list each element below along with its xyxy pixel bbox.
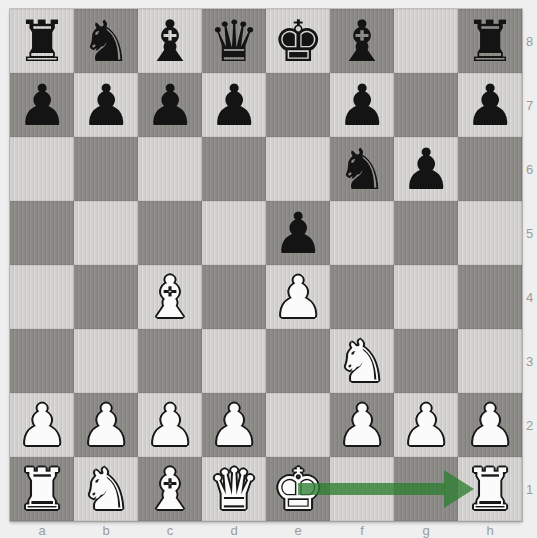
square-a4[interactable]	[10, 265, 74, 329]
square-f1[interactable]	[330, 457, 394, 521]
square-h7[interactable]: ♟	[458, 73, 522, 137]
square-e3[interactable]	[266, 329, 330, 393]
square-c4[interactable]: ♝	[138, 265, 202, 329]
piece-black-queen[interactable]: ♛	[202, 9, 266, 73]
square-a7[interactable]: ♟	[10, 73, 74, 137]
square-d1[interactable]: ♛	[202, 457, 266, 521]
square-d2[interactable]: ♟	[202, 393, 266, 457]
square-e8[interactable]: ♚	[266, 9, 330, 73]
square-b5[interactable]	[74, 201, 138, 265]
piece-black-pawn[interactable]: ♟	[10, 73, 74, 137]
square-h6[interactable]	[458, 137, 522, 201]
square-f4[interactable]	[330, 265, 394, 329]
rank-label-7: 7	[522, 73, 537, 137]
square-a6[interactable]	[10, 137, 74, 201]
square-d8[interactable]: ♛	[202, 9, 266, 73]
piece-black-pawn[interactable]: ♟	[138, 73, 202, 137]
piece-white-knight[interactable]: ♞	[74, 457, 138, 521]
piece-white-bishop[interactable]: ♝	[138, 265, 202, 329]
square-g8[interactable]	[394, 9, 458, 73]
piece-white-rook[interactable]: ♜	[10, 457, 74, 521]
square-g6[interactable]: ♟	[394, 137, 458, 201]
piece-black-pawn[interactable]: ♟	[266, 201, 330, 265]
piece-black-knight[interactable]: ♞	[330, 137, 394, 201]
square-e5[interactable]: ♟	[266, 201, 330, 265]
piece-white-pawn[interactable]: ♟	[74, 393, 138, 457]
square-c5[interactable]	[138, 201, 202, 265]
piece-white-pawn[interactable]: ♟	[138, 393, 202, 457]
piece-white-bishop[interactable]: ♝	[138, 457, 202, 521]
piece-black-pawn[interactable]: ♟	[202, 73, 266, 137]
file-labels: abcdefgh	[10, 523, 522, 538]
square-e4[interactable]: ♟	[266, 265, 330, 329]
piece-black-knight[interactable]: ♞	[74, 9, 138, 73]
rank-labels: 87654321	[522, 9, 537, 521]
square-d6[interactable]	[202, 137, 266, 201]
square-b8[interactable]: ♞	[74, 9, 138, 73]
file-label-a: a	[10, 523, 74, 538]
piece-black-pawn[interactable]: ♟	[394, 137, 458, 201]
square-g7[interactable]	[394, 73, 458, 137]
file-label-d: d	[202, 523, 266, 538]
square-g1[interactable]	[394, 457, 458, 521]
square-e7[interactable]	[266, 73, 330, 137]
file-label-e: e	[266, 523, 330, 538]
rank-label-5: 5	[522, 201, 537, 265]
piece-white-pawn[interactable]: ♟	[202, 393, 266, 457]
piece-black-bishop[interactable]: ♝	[138, 9, 202, 73]
rank-label-3: 3	[522, 329, 537, 393]
piece-white-queen[interactable]: ♛	[202, 457, 266, 521]
square-h1[interactable]: ♜	[458, 457, 522, 521]
file-label-b: b	[74, 523, 138, 538]
piece-black-rook[interactable]: ♜	[10, 9, 74, 73]
square-e1[interactable]: ♚	[266, 457, 330, 521]
piece-white-pawn[interactable]: ♟	[394, 393, 458, 457]
rank-label-4: 4	[522, 265, 537, 329]
square-d7[interactable]: ♟	[202, 73, 266, 137]
piece-white-knight[interactable]: ♞	[330, 329, 394, 393]
square-b7[interactable]: ♟	[74, 73, 138, 137]
square-f8[interactable]: ♝	[330, 9, 394, 73]
square-e2[interactable]	[266, 393, 330, 457]
piece-black-rook[interactable]: ♜	[458, 9, 522, 73]
square-d4[interactable]	[202, 265, 266, 329]
square-b2[interactable]: ♟	[74, 393, 138, 457]
square-c1[interactable]: ♝	[138, 457, 202, 521]
piece-white-rook[interactable]: ♜	[458, 457, 522, 521]
square-b4[interactable]	[74, 265, 138, 329]
file-label-c: c	[138, 523, 202, 538]
square-d3[interactable]	[202, 329, 266, 393]
rank-label-6: 6	[522, 137, 537, 201]
square-f2[interactable]: ♟	[330, 393, 394, 457]
square-c6[interactable]	[138, 137, 202, 201]
piece-black-pawn[interactable]: ♟	[458, 73, 522, 137]
square-c7[interactable]: ♟	[138, 73, 202, 137]
piece-black-pawn[interactable]: ♟	[74, 73, 138, 137]
square-b3[interactable]	[74, 329, 138, 393]
square-h2[interactable]: ♟	[458, 393, 522, 457]
piece-white-pawn[interactable]: ♟	[330, 393, 394, 457]
rank-label-1: 1	[522, 457, 537, 521]
square-g4[interactable]	[394, 265, 458, 329]
piece-white-pawn[interactable]: ♟	[10, 393, 74, 457]
square-a3[interactable]	[10, 329, 74, 393]
square-h5[interactable]	[458, 201, 522, 265]
square-c2[interactable]: ♟	[138, 393, 202, 457]
square-f3[interactable]: ♞	[330, 329, 394, 393]
square-h3[interactable]	[458, 329, 522, 393]
square-a8[interactable]: ♜	[10, 9, 74, 73]
square-g5[interactable]	[394, 201, 458, 265]
piece-white-pawn[interactable]: ♟	[266, 265, 330, 329]
square-b1[interactable]: ♞	[74, 457, 138, 521]
square-c3[interactable]	[138, 329, 202, 393]
square-a1[interactable]: ♜	[10, 457, 74, 521]
chess-board: ♜♞♝♛♚♝♜♟♟♟♟♟♟♞♟♟♝♟♞♟♟♟♟♟♟♟♜♞♝♛♚♜	[10, 9, 522, 521]
piece-black-bishop[interactable]: ♝	[330, 9, 394, 73]
rank-label-8: 8	[522, 9, 537, 73]
square-b6[interactable]	[74, 137, 138, 201]
square-a5[interactable]	[10, 201, 74, 265]
rank-label-2: 2	[522, 393, 537, 457]
piece-black-pawn[interactable]: ♟	[330, 73, 394, 137]
square-f7[interactable]: ♟	[330, 73, 394, 137]
square-g3[interactable]	[394, 329, 458, 393]
file-label-f: f	[330, 523, 394, 538]
square-h8[interactable]: ♜	[458, 9, 522, 73]
square-h4[interactable]	[458, 265, 522, 329]
piece-black-king[interactable]: ♚	[266, 9, 330, 73]
square-g2[interactable]: ♟	[394, 393, 458, 457]
square-f6[interactable]: ♞	[330, 137, 394, 201]
square-c8[interactable]: ♝	[138, 9, 202, 73]
piece-white-king[interactable]: ♚	[266, 457, 330, 521]
square-d5[interactable]	[202, 201, 266, 265]
square-a2[interactable]: ♟	[10, 393, 74, 457]
square-f5[interactable]	[330, 201, 394, 265]
file-label-g: g	[394, 523, 458, 538]
file-label-h: h	[458, 523, 522, 538]
square-e6[interactable]	[266, 137, 330, 201]
piece-white-pawn[interactable]: ♟	[458, 393, 522, 457]
